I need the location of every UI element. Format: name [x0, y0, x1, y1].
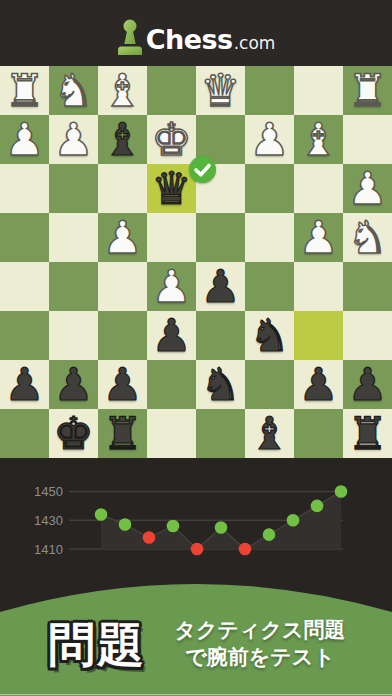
promo-tagline-line1: タクティクス問題 — [160, 617, 360, 644]
square-c4[interactable] — [245, 213, 294, 262]
app-header: Chess .com — [0, 0, 392, 66]
black-bishop-piece[interactable]: ♝ — [98, 115, 147, 164]
square-h4[interactable] — [0, 213, 49, 262]
y-axis-label: 1410 — [34, 542, 63, 557]
rating-point-win — [215, 521, 228, 534]
square-g3[interactable] — [49, 164, 98, 213]
square-e1[interactable] — [147, 66, 196, 115]
white-rook-piece[interactable]: ♜ — [343, 66, 392, 115]
black-pawn-piece[interactable]: ♟ — [147, 311, 196, 360]
square-d5[interactable]: ♟ — [196, 262, 245, 311]
square-f6[interactable] — [98, 311, 147, 360]
rating-point-win — [263, 528, 276, 541]
white-bishop-piece[interactable]: ♝ — [98, 66, 147, 115]
square-f8[interactable]: ♜ — [98, 409, 147, 458]
square-e4[interactable] — [147, 213, 196, 262]
square-c5[interactable] — [245, 262, 294, 311]
square-c1[interactable] — [245, 66, 294, 115]
rating-point-win — [119, 518, 132, 531]
y-axis-label: 1430 — [34, 513, 63, 528]
square-f2[interactable]: ♝ — [98, 115, 147, 164]
black-rook-piece[interactable]: ♜ — [98, 409, 147, 458]
black-bishop-piece[interactable]: ♝ — [245, 409, 294, 458]
black-king-piece[interactable]: ♚ — [49, 409, 98, 458]
square-a3[interactable]: ♟ — [343, 164, 392, 213]
black-pawn-piece[interactable]: ♟ — [0, 360, 49, 409]
square-e5[interactable]: ♟ — [147, 262, 196, 311]
square-a6[interactable] — [343, 311, 392, 360]
square-d1[interactable]: ♛ — [196, 66, 245, 115]
white-pawn-piece[interactable]: ♟ — [147, 262, 196, 311]
y-axis-label: 1450 — [34, 484, 63, 499]
square-d7[interactable]: ♞ — [196, 360, 245, 409]
black-rook-piece[interactable]: ♜ — [343, 409, 392, 458]
square-g4[interactable] — [49, 213, 98, 262]
square-c8[interactable]: ♝ — [245, 409, 294, 458]
square-a5[interactable] — [343, 262, 392, 311]
black-pawn-piece[interactable]: ♟ — [196, 262, 245, 311]
white-rook-piece[interactable]: ♜ — [0, 66, 49, 115]
chesscom-logo: Chess .com — [117, 11, 276, 55]
square-g6[interactable] — [49, 311, 98, 360]
black-knight-piece[interactable]: ♞ — [196, 360, 245, 409]
square-c6[interactable]: ♞ — [245, 311, 294, 360]
black-pawn-piece[interactable]: ♟ — [49, 360, 98, 409]
square-b8[interactable] — [294, 409, 343, 458]
app-screen: Chess .com ♜♞♝♛♜♟♟♝♚♟♝♛♟♟♟♞♟♟♟♞♟♟♟♞♟♟♚♜♝… — [0, 0, 392, 696]
white-bishop-piece[interactable]: ♝ — [294, 115, 343, 164]
square-h7[interactable]: ♟ — [0, 360, 49, 409]
white-pawn-piece[interactable]: ♟ — [0, 115, 49, 164]
square-b1[interactable] — [294, 66, 343, 115]
white-knight-piece[interactable]: ♞ — [49, 66, 98, 115]
square-a7[interactable]: ♟ — [343, 360, 392, 409]
white-pawn-piece[interactable]: ♟ — [343, 164, 392, 213]
square-b2[interactable]: ♝ — [294, 115, 343, 164]
white-pawn-piece[interactable]: ♟ — [49, 115, 98, 164]
square-b3[interactable] — [294, 164, 343, 213]
rating-point-win — [335, 485, 348, 498]
square-h3[interactable] — [0, 164, 49, 213]
black-pawn-piece[interactable]: ♟ — [294, 360, 343, 409]
square-a2[interactable] — [343, 115, 392, 164]
square-b4[interactable]: ♟ — [294, 213, 343, 262]
pawn-logo-icon — [117, 18, 143, 56]
bottom-edge-line — [0, 694, 392, 696]
square-g7[interactable]: ♟ — [49, 360, 98, 409]
rating-chart-section: 145014301410 — [0, 458, 392, 588]
correct-move-badge — [189, 156, 216, 183]
square-d4[interactable] — [196, 213, 245, 262]
square-h5[interactable] — [0, 262, 49, 311]
black-pawn-piece[interactable]: ♟ — [343, 360, 392, 409]
check-icon — [189, 156, 216, 183]
brand-text: Chess — [146, 24, 233, 55]
rating-point-win — [287, 514, 300, 527]
square-b5[interactable] — [294, 262, 343, 311]
square-f7[interactable]: ♟ — [98, 360, 147, 409]
black-knight-piece[interactable]: ♞ — [245, 311, 294, 360]
square-e6[interactable]: ♟ — [147, 311, 196, 360]
square-f4[interactable]: ♟ — [98, 213, 147, 262]
square-a1[interactable]: ♜ — [343, 66, 392, 115]
white-pawn-piece[interactable]: ♟ — [98, 213, 147, 262]
square-b6[interactable] — [294, 311, 343, 360]
rating-point-loss — [191, 543, 204, 556]
square-g1[interactable]: ♞ — [49, 66, 98, 115]
rating-point-win — [311, 500, 324, 513]
square-f1[interactable]: ♝ — [98, 66, 147, 115]
white-pawn-piece[interactable]: ♟ — [245, 115, 294, 164]
white-pawn-piece[interactable]: ♟ — [294, 213, 343, 262]
promo-tagline-line2: で腕前をテスト — [160, 644, 360, 671]
square-a4[interactable]: ♞ — [343, 213, 392, 262]
black-pawn-piece[interactable]: ♟ — [98, 360, 147, 409]
rating-point-win — [167, 520, 180, 533]
square-h8[interactable] — [0, 409, 49, 458]
rating-point-win — [95, 508, 108, 521]
square-g2[interactable]: ♟ — [49, 115, 98, 164]
promo-tagline: タクティクス問題 で腕前をテスト — [160, 617, 360, 671]
square-h2[interactable]: ♟ — [0, 115, 49, 164]
chess-board[interactable]: ♜♞♝♛♜♟♟♝♚♟♝♛♟♟♟♞♟♟♟♞♟♟♟♞♟♟♚♜♝♜ — [0, 66, 392, 458]
rating-point-loss — [143, 531, 156, 544]
square-d8[interactable] — [196, 409, 245, 458]
square-h6[interactable] — [0, 311, 49, 360]
rating-chart: 145014301410 — [0, 458, 392, 588]
rating-point-loss — [239, 543, 252, 556]
square-e8[interactable] — [147, 409, 196, 458]
square-f5[interactable] — [98, 262, 147, 311]
white-knight-piece[interactable]: ♞ — [343, 213, 392, 262]
square-f3[interactable] — [98, 164, 147, 213]
square-b7[interactable]: ♟ — [294, 360, 343, 409]
square-e7[interactable] — [147, 360, 196, 409]
square-c7[interactable] — [245, 360, 294, 409]
white-queen-piece[interactable]: ♛ — [196, 66, 245, 115]
brand-suffix-text: .com — [234, 33, 276, 53]
promo-headline: 問題 — [48, 614, 146, 677]
square-h1[interactable]: ♜ — [0, 66, 49, 115]
square-c2[interactable]: ♟ — [245, 115, 294, 164]
square-g8[interactable]: ♚ — [49, 409, 98, 458]
square-c3[interactable] — [245, 164, 294, 213]
square-g5[interactable] — [49, 262, 98, 311]
square-d6[interactable] — [196, 311, 245, 360]
square-a8[interactable]: ♜ — [343, 409, 392, 458]
